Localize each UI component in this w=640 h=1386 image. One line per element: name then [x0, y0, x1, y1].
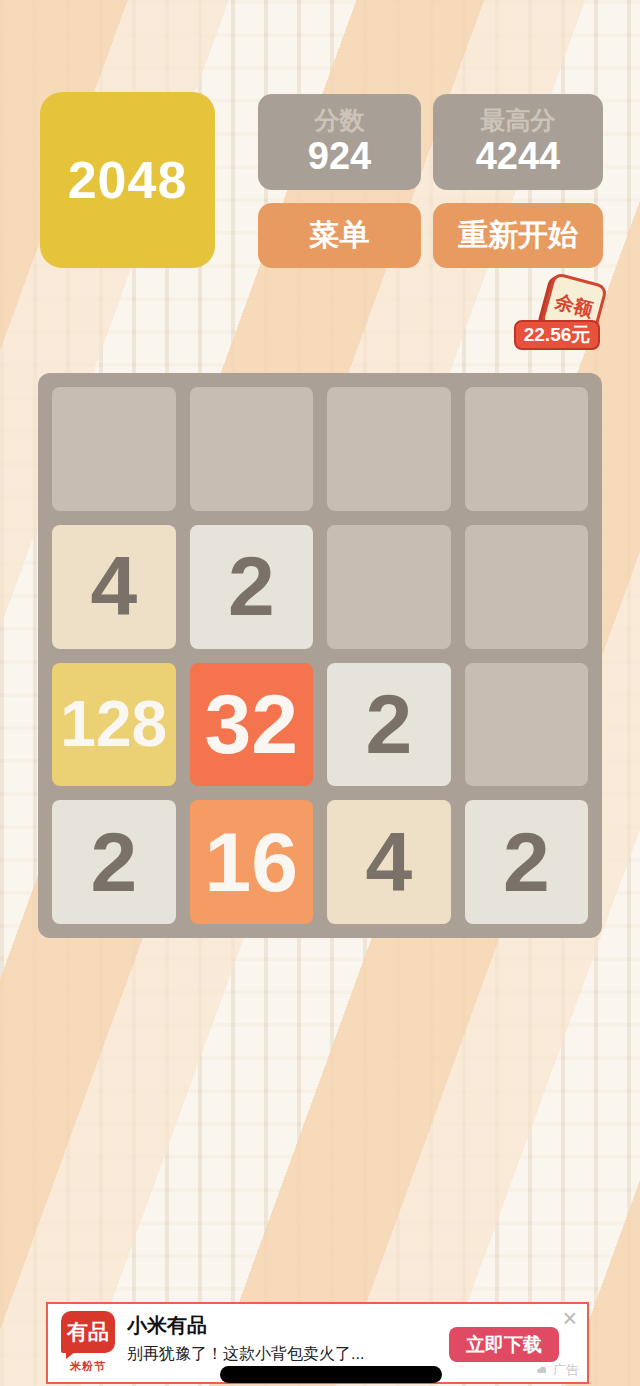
- score-label: 分数: [315, 106, 365, 135]
- download-button[interactable]: 立即下载: [449, 1327, 559, 1362]
- ad-logo: 有品: [61, 1311, 115, 1353]
- balance-amount: 22.56元: [514, 320, 600, 350]
- empty-cell: [465, 387, 589, 511]
- tile-128: 128: [52, 663, 176, 787]
- empty-cell: [465, 525, 589, 649]
- logo-2048: 2048: [40, 92, 215, 268]
- best-score-value: 4244: [476, 135, 561, 179]
- board-grid[interactable]: 4212832221642: [38, 373, 602, 938]
- empty-cell: [327, 387, 451, 511]
- balance-badge[interactable]: 余额 22.56元: [514, 276, 606, 356]
- best-score-box: 最高分 4244: [433, 94, 603, 190]
- close-icon[interactable]: ×: [560, 1304, 579, 1333]
- ad-logo-subtext: 米粉节: [61, 1359, 115, 1374]
- tile-2: 2: [52, 800, 176, 924]
- restart-button[interactable]: 重新开始: [433, 203, 603, 268]
- balance-label: 余额: [552, 289, 595, 324]
- tile-4: 4: [327, 800, 451, 924]
- tile-2: 2: [465, 800, 589, 924]
- ad-description: 别再犹豫了！这款小背包卖火了...: [127, 1344, 364, 1365]
- black-overlay-bar: [220, 1366, 442, 1383]
- tile-4: 4: [52, 525, 176, 649]
- tile-16: 16: [190, 800, 314, 924]
- score-box: 分数 924: [258, 94, 421, 190]
- empty-cell: [327, 525, 451, 649]
- ad-label: 广告: [536, 1361, 579, 1379]
- best-score-label: 最高分: [481, 106, 556, 135]
- ad-label-text: 广告: [553, 1361, 579, 1379]
- score-value: 924: [308, 135, 371, 179]
- game-screen: 2048 分数 924 最高分 4244 菜单 重新开始 余额 22.56元 4…: [0, 0, 640, 1386]
- ad-title: 小米有品: [127, 1312, 207, 1339]
- tile-2: 2: [327, 663, 451, 787]
- megaphone-icon: [536, 1364, 550, 1376]
- tile-32: 32: [190, 663, 314, 787]
- empty-cell: [190, 387, 314, 511]
- empty-cell: [465, 663, 589, 787]
- menu-button[interactable]: 菜单: [258, 203, 421, 268]
- ad-logo-text: 有品: [67, 1318, 109, 1346]
- tile-2: 2: [190, 525, 314, 649]
- empty-cell: [52, 387, 176, 511]
- ad-banner[interactable]: 有品 米粉节 小米有品 别再犹豫了！这款小背包卖火了... 立即下载 × 广告: [46, 1302, 589, 1384]
